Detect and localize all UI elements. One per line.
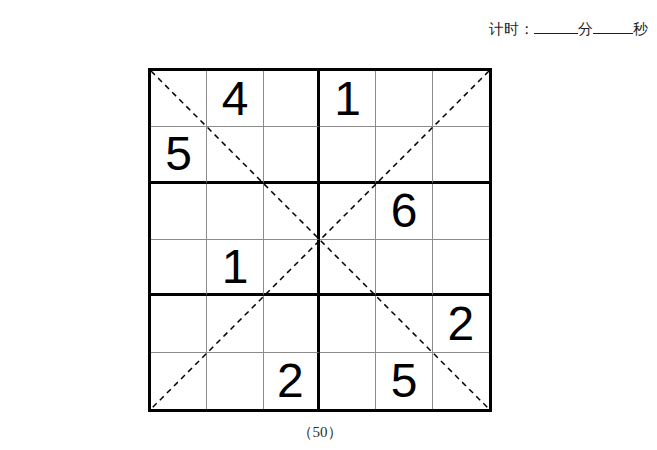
- cell-r4c1[interactable]: [151, 240, 207, 296]
- cell-r4c6[interactable]: [433, 240, 489, 296]
- cell-r5c3[interactable]: [264, 296, 320, 352]
- cell-r4c4[interactable]: [320, 240, 376, 296]
- seconds-unit-label: 秒: [633, 21, 648, 37]
- timer-seconds-blank[interactable]: [593, 20, 633, 34]
- timer-label: 计时：: [489, 21, 534, 37]
- cell-r6c4[interactable]: [320, 353, 376, 409]
- cell-r1c4[interactable]: 1: [320, 71, 376, 127]
- cell-r1c1[interactable]: [151, 71, 207, 127]
- timer-line: 计时：分秒: [489, 20, 648, 39]
- cell-r3c1[interactable]: [151, 184, 207, 240]
- cell-r6c5[interactable]: 5: [376, 353, 432, 409]
- cell-r6c6[interactable]: [433, 353, 489, 409]
- sudoku-board: 41561225: [148, 68, 492, 412]
- cell-r6c2[interactable]: [207, 353, 263, 409]
- cell-r6c1[interactable]: [151, 353, 207, 409]
- cell-r4c3[interactable]: [264, 240, 320, 296]
- cell-r5c4[interactable]: [320, 296, 376, 352]
- cell-r2c4[interactable]: [320, 127, 376, 183]
- cell-r1c2[interactable]: 4: [207, 71, 263, 127]
- cell-r3c3[interactable]: [264, 184, 320, 240]
- cell-r5c6[interactable]: 2: [433, 296, 489, 352]
- cell-r1c3[interactable]: [264, 71, 320, 127]
- worksheet-page: 计时：分秒 41561225 （50）: [0, 0, 657, 450]
- cell-r3c4[interactable]: [320, 184, 376, 240]
- cell-r5c1[interactable]: [151, 296, 207, 352]
- cell-r3c2[interactable]: [207, 184, 263, 240]
- cell-r3c6[interactable]: [433, 184, 489, 240]
- timer-minutes-blank[interactable]: [534, 20, 578, 34]
- cell-r3c5[interactable]: 6: [376, 184, 432, 240]
- cell-r1c6[interactable]: [433, 71, 489, 127]
- cell-r5c5[interactable]: [376, 296, 432, 352]
- cell-r2c1[interactable]: 5: [151, 127, 207, 183]
- cell-r4c5[interactable]: [376, 240, 432, 296]
- cell-r2c5[interactable]: [376, 127, 432, 183]
- puzzle-number: （50）: [148, 423, 492, 442]
- cell-r6c3[interactable]: 2: [264, 353, 320, 409]
- cell-r5c2[interactable]: [207, 296, 263, 352]
- minutes-unit-label: 分: [578, 21, 593, 37]
- cell-r2c6[interactable]: [433, 127, 489, 183]
- cell-r4c2[interactable]: 1: [207, 240, 263, 296]
- cell-r2c3[interactable]: [264, 127, 320, 183]
- cell-r1c5[interactable]: [376, 71, 432, 127]
- cell-r2c2[interactable]: [207, 127, 263, 183]
